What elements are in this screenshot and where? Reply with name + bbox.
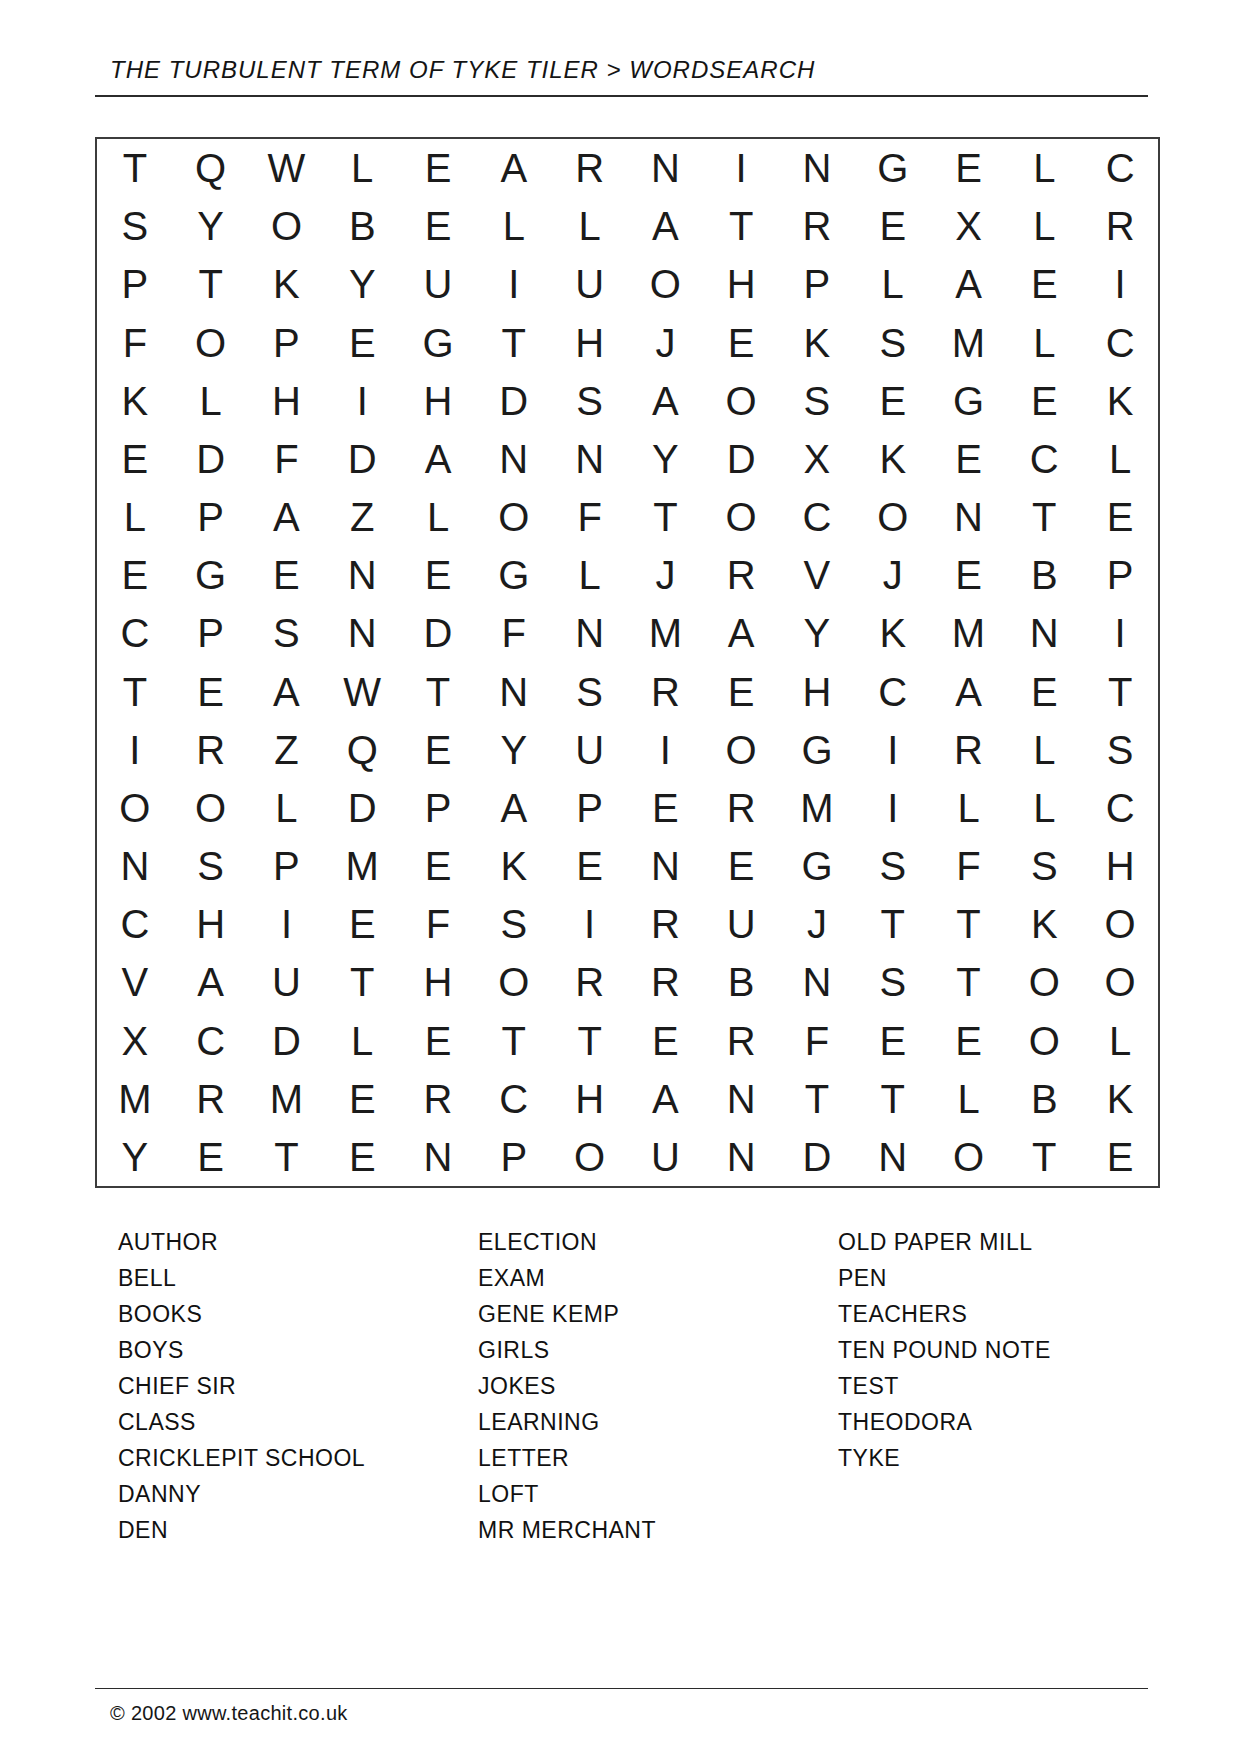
grid-cell: G: [476, 546, 552, 604]
grid-cell: N: [324, 604, 400, 662]
grid-cell: A: [476, 139, 552, 197]
word-list-item: GIRLS: [478, 1332, 656, 1368]
grid-cell: R: [703, 1012, 779, 1070]
grid-cell: Y: [627, 430, 703, 488]
grid-cell: L: [324, 1012, 400, 1070]
word-list-item: BOYS: [118, 1332, 365, 1368]
grid-cell: H: [552, 314, 628, 372]
grid-cell: V: [97, 953, 173, 1011]
grid-cell: E: [1006, 372, 1082, 430]
grid-cell: E: [703, 837, 779, 895]
grid-cell: Y: [476, 721, 552, 779]
grid-cell: E: [400, 721, 476, 779]
grid-cell: K: [249, 255, 325, 313]
grid-cell: D: [400, 604, 476, 662]
grid-cell: E: [400, 837, 476, 895]
grid-cell: P: [97, 255, 173, 313]
grid-cell: N: [779, 953, 855, 1011]
grid-cell: I: [476, 255, 552, 313]
grid-cell: L: [931, 1070, 1007, 1128]
grid-cell: W: [324, 663, 400, 721]
grid-cell: L: [249, 779, 325, 837]
grid-cell: M: [931, 604, 1007, 662]
grid-cell: G: [779, 837, 855, 895]
grid-cell: O: [627, 255, 703, 313]
word-list-item: TEACHERS: [838, 1296, 1051, 1332]
word-list-column-2: ELECTIONEXAMGENE KEMPGIRLSJOKESLEARNINGL…: [478, 1224, 656, 1548]
grid-cell: R: [627, 953, 703, 1011]
grid-cell: J: [779, 895, 855, 953]
grid-cell: E: [703, 663, 779, 721]
grid-cell: U: [703, 895, 779, 953]
grid-cell: E: [324, 895, 400, 953]
grid-cell: O: [173, 779, 249, 837]
grid-cell: S: [1006, 837, 1082, 895]
grid-cell: K: [1082, 372, 1158, 430]
grid-cell: O: [1006, 953, 1082, 1011]
grid-cell: E: [552, 837, 628, 895]
grid-cell: E: [97, 430, 173, 488]
word-list-item: ELECTION: [478, 1224, 656, 1260]
grid-cell: I: [249, 895, 325, 953]
grid-cell: H: [1082, 837, 1158, 895]
grid-cell: H: [400, 953, 476, 1011]
grid-cell: E: [855, 197, 931, 255]
grid-cell: T: [97, 663, 173, 721]
word-list-item: DANNY: [118, 1476, 365, 1512]
word-list-item: BOOKS: [118, 1296, 365, 1332]
grid-cell: O: [552, 1128, 628, 1186]
word-list-item: EXAM: [478, 1260, 656, 1296]
grid-cell: A: [476, 779, 552, 837]
grid-cell: F: [779, 1012, 855, 1070]
grid-cell: W: [249, 139, 325, 197]
grid-cell: O: [1006, 1012, 1082, 1070]
grid-cell: N: [931, 488, 1007, 546]
grid-cell: S: [855, 314, 931, 372]
grid-cell: Y: [324, 255, 400, 313]
grid-cell: L: [173, 372, 249, 430]
grid-cell: D: [779, 1128, 855, 1186]
grid-cell: K: [476, 837, 552, 895]
grid-cell: C: [855, 663, 931, 721]
grid-cell: E: [97, 546, 173, 604]
grid-cell: H: [779, 663, 855, 721]
grid-cell: K: [855, 430, 931, 488]
grid-cell: F: [931, 837, 1007, 895]
grid-cell: O: [855, 488, 931, 546]
grid-cell: M: [779, 779, 855, 837]
grid-cell: N: [476, 430, 552, 488]
grid-cell: T: [324, 953, 400, 1011]
word-list-item: BELL: [118, 1260, 365, 1296]
word-list-item: OLD PAPER MILL: [838, 1224, 1051, 1260]
grid-cell: V: [779, 546, 855, 604]
grid-cell: E: [931, 546, 1007, 604]
grid-cell: I: [855, 779, 931, 837]
grid-cell: E: [400, 1012, 476, 1070]
grid-cell: L: [324, 139, 400, 197]
grid-cell: Y: [97, 1128, 173, 1186]
grid-cell: N: [476, 663, 552, 721]
grid-cell: E: [1082, 488, 1158, 546]
word-list-column-3: OLD PAPER MILLPENTEACHERSTEN POUND NOTET…: [838, 1224, 1051, 1476]
grid-cell: M: [627, 604, 703, 662]
word-list-item: THEODORA: [838, 1404, 1051, 1440]
grid-cell: I: [855, 721, 931, 779]
grid-cell: F: [400, 895, 476, 953]
grid-cell: S: [173, 837, 249, 895]
grid-cell: H: [173, 895, 249, 953]
grid-cell: A: [931, 255, 1007, 313]
grid-cell: E: [931, 139, 1007, 197]
grid-cell: I: [703, 139, 779, 197]
grid-cell: E: [324, 1070, 400, 1128]
grid-cell: N: [552, 430, 628, 488]
grid-cell: S: [855, 837, 931, 895]
grid-cell: D: [324, 779, 400, 837]
copyright-text: © 2002 www.teachit.co.uk: [110, 1702, 348, 1725]
grid-cell: B: [703, 953, 779, 1011]
grid-cell: G: [173, 546, 249, 604]
grid-cell: E: [931, 1012, 1007, 1070]
grid-cell: O: [1082, 895, 1158, 953]
grid-cell: L: [400, 488, 476, 546]
word-list-item: LETTER: [478, 1440, 656, 1476]
grid-cell: C: [476, 1070, 552, 1128]
word-list-item: CLASS: [118, 1404, 365, 1440]
grid-cell: F: [249, 430, 325, 488]
word-list-item: PEN: [838, 1260, 1051, 1296]
grid-cell: Q: [173, 139, 249, 197]
grid-cell: L: [931, 779, 1007, 837]
grid-cell: U: [249, 953, 325, 1011]
grid-cell: A: [173, 953, 249, 1011]
grid-cell: D: [173, 430, 249, 488]
grid-cell: R: [703, 546, 779, 604]
grid-cell: N: [97, 837, 173, 895]
grid-cell: A: [249, 488, 325, 546]
grid-cell: O: [476, 953, 552, 1011]
grid-cell: E: [855, 1012, 931, 1070]
grid-cell: T: [1006, 1128, 1082, 1186]
grid-cell: O: [97, 779, 173, 837]
grid-cell: T: [476, 314, 552, 372]
grid-cell: N: [627, 139, 703, 197]
grid-cell: E: [400, 139, 476, 197]
grid-cell: T: [931, 895, 1007, 953]
grid-cell: T: [97, 139, 173, 197]
grid-cell: C: [1082, 314, 1158, 372]
grid-cell: L: [1082, 1012, 1158, 1070]
word-list-item: CHIEF SIR: [118, 1368, 365, 1404]
grid-cell: X: [779, 430, 855, 488]
grid-cell: T: [173, 255, 249, 313]
footer-rule: [95, 1688, 1148, 1689]
grid-cell: E: [249, 546, 325, 604]
word-list-item: TEST: [838, 1368, 1051, 1404]
grid-cell: L: [1006, 197, 1082, 255]
grid-cell: D: [249, 1012, 325, 1070]
grid-cell: E: [1006, 255, 1082, 313]
grid-cell: L: [552, 197, 628, 255]
grid-cell: B: [324, 197, 400, 255]
grid-cell: E: [1082, 1128, 1158, 1186]
word-list-item: LEARNING: [478, 1404, 656, 1440]
word-list-item: TYKE: [838, 1440, 1051, 1476]
grid-cell: O: [703, 488, 779, 546]
grid-cell: T: [1006, 488, 1082, 546]
word-list-item: JOKES: [478, 1368, 656, 1404]
grid-cell: L: [1082, 430, 1158, 488]
grid-cell: K: [97, 372, 173, 430]
grid-cell: H: [400, 372, 476, 430]
grid-cell: R: [627, 895, 703, 953]
worksheet-page: THE TURBULENT TERM OF TYKE TILER > WORDS…: [0, 0, 1239, 1754]
grid-cell: P: [476, 1128, 552, 1186]
grid-cell: R: [400, 1070, 476, 1128]
grid-cell: E: [855, 372, 931, 430]
grid-cell: I: [324, 372, 400, 430]
grid-cell: S: [855, 953, 931, 1011]
grid-cell: T: [703, 197, 779, 255]
grid-cell: E: [324, 314, 400, 372]
grid-cell: G: [400, 314, 476, 372]
grid-cell: D: [324, 430, 400, 488]
grid-cell: T: [249, 1128, 325, 1186]
grid-cell: E: [324, 1128, 400, 1186]
grid-cell: E: [400, 546, 476, 604]
grid-cell: S: [476, 895, 552, 953]
grid-cell: T: [627, 488, 703, 546]
title-underline: [95, 95, 1148, 97]
grid-cell: H: [703, 255, 779, 313]
grid-cell: Y: [779, 604, 855, 662]
grid-cell: F: [552, 488, 628, 546]
grid-cell: B: [1006, 1070, 1082, 1128]
word-list-item: GENE KEMP: [478, 1296, 656, 1332]
grid-cell: L: [476, 197, 552, 255]
grid-cell: E: [173, 1128, 249, 1186]
grid-cell: C: [1082, 139, 1158, 197]
grid-cell: A: [627, 197, 703, 255]
grid-cell: C: [173, 1012, 249, 1070]
grid-cell: O: [249, 197, 325, 255]
grid-cell: I: [1082, 255, 1158, 313]
grid-cell: S: [779, 372, 855, 430]
word-list-item: MR MERCHANT: [478, 1512, 656, 1548]
grid-cell: O: [1082, 953, 1158, 1011]
grid-cell: H: [249, 372, 325, 430]
grid-cell: B: [1006, 546, 1082, 604]
grid-cell: O: [173, 314, 249, 372]
grid-cell: I: [97, 721, 173, 779]
grid-cell: M: [97, 1070, 173, 1128]
grid-cell: I: [552, 895, 628, 953]
grid-cell: S: [1082, 721, 1158, 779]
wordsearch-grid: TQWLEARNINGELCSYOBELLATREXLRPTKYUIUOHPLA…: [95, 137, 1160, 1188]
grid-cell: R: [173, 1070, 249, 1128]
grid-cell: Z: [249, 721, 325, 779]
word-list-item: LOFT: [478, 1476, 656, 1512]
grid-cell: N: [855, 1128, 931, 1186]
grid-cell: S: [97, 197, 173, 255]
word-list-item: AUTHOR: [118, 1224, 365, 1260]
grid-cell: N: [400, 1128, 476, 1186]
grid-cell: D: [476, 372, 552, 430]
grid-cell: P: [779, 255, 855, 313]
grid-cell: T: [552, 1012, 628, 1070]
grid-cell: O: [703, 721, 779, 779]
grid-cell: R: [703, 779, 779, 837]
grid-cell: A: [703, 604, 779, 662]
grid-cell: O: [703, 372, 779, 430]
grid-cell: E: [1006, 663, 1082, 721]
grid-cell: A: [249, 663, 325, 721]
grid-cell: M: [931, 314, 1007, 372]
grid-cell: P: [400, 779, 476, 837]
grid-cell: G: [931, 372, 1007, 430]
grid-cell: E: [703, 314, 779, 372]
grid-cell: K: [1006, 895, 1082, 953]
grid-cell: S: [249, 604, 325, 662]
grid-cell: D: [703, 430, 779, 488]
grid-cell: N: [627, 837, 703, 895]
grid-cell: Z: [324, 488, 400, 546]
grid-cell: T: [931, 953, 1007, 1011]
grid-cell: E: [627, 1012, 703, 1070]
grid-cell: J: [627, 546, 703, 604]
grid-cell: G: [855, 139, 931, 197]
grid-cell: T: [1082, 663, 1158, 721]
grid-cell: L: [1006, 314, 1082, 372]
grid-cell: L: [855, 255, 931, 313]
grid-cell: E: [400, 197, 476, 255]
grid-cell: T: [400, 663, 476, 721]
grid-cell: A: [931, 663, 1007, 721]
page-title: THE TURBULENT TERM OF TYKE TILER > WORDS…: [110, 56, 815, 84]
grid-cell: U: [552, 255, 628, 313]
grid-cell: O: [476, 488, 552, 546]
grid-cell: U: [627, 1128, 703, 1186]
grid-cell: L: [1006, 139, 1082, 197]
grid-cell: C: [97, 604, 173, 662]
grid-cell: O: [931, 1128, 1007, 1186]
grid-cell: R: [931, 721, 1007, 779]
grid-cell: N: [324, 546, 400, 604]
grid-cell: T: [476, 1012, 552, 1070]
grid-cell: L: [552, 546, 628, 604]
grid-cell: N: [779, 139, 855, 197]
grid-cell: C: [1082, 779, 1158, 837]
grid-cell: I: [1082, 604, 1158, 662]
grid-cell: K: [779, 314, 855, 372]
grid-cell: E: [931, 430, 1007, 488]
grid-cell: C: [1006, 430, 1082, 488]
grid-cell: N: [1006, 604, 1082, 662]
grid-cell: F: [476, 604, 552, 662]
grid-cell: P: [249, 837, 325, 895]
grid-cell: H: [552, 1070, 628, 1128]
grid-cell: M: [324, 837, 400, 895]
grid-cell: G: [779, 721, 855, 779]
grid-cell: L: [1006, 779, 1082, 837]
grid-cell: P: [173, 488, 249, 546]
grid-cell: J: [627, 314, 703, 372]
grid-cell: P: [173, 604, 249, 662]
grid-cell: C: [97, 895, 173, 953]
grid-cell: K: [855, 604, 931, 662]
grid-cell: P: [552, 779, 628, 837]
grid-cell: R: [779, 197, 855, 255]
grid-cell: T: [779, 1070, 855, 1128]
word-list-item: CRICKLEPIT SCHOOL: [118, 1440, 365, 1476]
grid-cell: I: [627, 721, 703, 779]
grid-cell: U: [400, 255, 476, 313]
grid-cell: J: [855, 546, 931, 604]
grid-cell: R: [552, 139, 628, 197]
grid-cell: A: [627, 1070, 703, 1128]
grid-cell: R: [1082, 197, 1158, 255]
grid-cell: Q: [324, 721, 400, 779]
grid-cell: T: [855, 1070, 931, 1128]
grid-cell: F: [97, 314, 173, 372]
grid-cell: X: [931, 197, 1007, 255]
word-list-item: DEN: [118, 1512, 365, 1548]
grid-cell: A: [627, 372, 703, 430]
grid-cell: U: [552, 721, 628, 779]
word-list-item: TEN POUND NOTE: [838, 1332, 1051, 1368]
grid-cell: R: [173, 721, 249, 779]
grid-cell: Y: [173, 197, 249, 255]
grid-cell: L: [97, 488, 173, 546]
grid-cell: C: [779, 488, 855, 546]
grid-cell: S: [552, 663, 628, 721]
grid-cell: P: [1082, 546, 1158, 604]
grid-cell: N: [703, 1128, 779, 1186]
grid-cell: R: [627, 663, 703, 721]
grid-cell: N: [552, 604, 628, 662]
grid-cell: L: [1006, 721, 1082, 779]
grid-cell: T: [855, 895, 931, 953]
grid-cell: S: [552, 372, 628, 430]
grid-cell: E: [627, 779, 703, 837]
grid-cell: R: [552, 953, 628, 1011]
grid-cell: K: [1082, 1070, 1158, 1128]
grid-cell: X: [97, 1012, 173, 1070]
grid-cell: E: [173, 663, 249, 721]
grid-cell: N: [703, 1070, 779, 1128]
grid-cell: A: [400, 430, 476, 488]
grid-cell: M: [249, 1070, 325, 1128]
word-list-column-1: AUTHORBELLBOOKSBOYSCHIEF SIRCLASSCRICKLE…: [118, 1224, 365, 1548]
grid-cell: P: [249, 314, 325, 372]
